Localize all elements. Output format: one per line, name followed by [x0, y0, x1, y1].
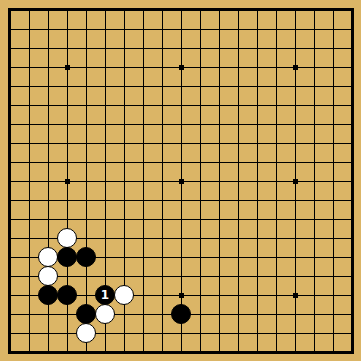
white-stone[interactable] — [57, 228, 77, 248]
white-stone[interactable] — [38, 266, 58, 286]
star-point — [293, 179, 298, 184]
white-stone[interactable] — [114, 285, 134, 305]
move-number-label: 1 — [101, 289, 109, 301]
black-stone[interactable] — [57, 285, 77, 305]
star-point — [293, 65, 298, 70]
white-stone[interactable] — [38, 247, 58, 267]
star-point — [179, 293, 184, 298]
black-stone[interactable] — [171, 304, 191, 324]
black-stone[interactable] — [76, 304, 96, 324]
black-stone[interactable] — [57, 247, 77, 267]
go-board[interactable]: 1 — [0, 0, 361, 361]
black-stone[interactable]: 1 — [95, 285, 115, 305]
star-point — [179, 65, 184, 70]
board-grid: 1 — [1, 1, 361, 361]
star-point — [179, 179, 184, 184]
star-point — [293, 293, 298, 298]
star-point — [65, 65, 70, 70]
black-stone[interactable] — [76, 247, 96, 267]
star-point — [65, 179, 70, 184]
black-stone[interactable] — [38, 285, 58, 305]
white-stone[interactable] — [95, 304, 115, 324]
white-stone[interactable] — [76, 323, 96, 343]
